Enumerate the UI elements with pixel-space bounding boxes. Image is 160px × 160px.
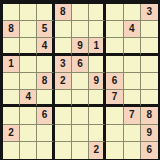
cell-r1c8[interactable] [124, 4, 141, 21]
cell-r1c7[interactable] [106, 4, 123, 21]
cell-r4c9[interactable] [141, 56, 158, 73]
cell-r6c1[interactable] [3, 90, 20, 107]
cell-r8c8[interactable] [124, 125, 141, 142]
sudoku-board: 838544911368296476782926 [0, 0, 160, 160]
cell-r3c9[interactable] [141, 38, 158, 55]
cell-r4c6[interactable] [89, 56, 106, 73]
cell-r7c6[interactable] [89, 107, 106, 124]
cell-r8c3[interactable] [37, 125, 54, 142]
cell-r4c2[interactable] [20, 56, 37, 73]
cell-r5c6[interactable]: 9 [89, 73, 106, 90]
cell-r2c7[interactable] [106, 21, 123, 38]
cell-r1c6[interactable] [89, 4, 106, 21]
cell-r7c1[interactable] [3, 107, 20, 124]
cell-r2c4[interactable] [55, 21, 72, 38]
cell-r9c2[interactable] [20, 142, 37, 159]
cell-r6c5[interactable] [72, 90, 89, 107]
cell-r8c7[interactable] [106, 125, 123, 142]
cell-r1c1[interactable] [3, 4, 20, 21]
cell-r7c8[interactable]: 7 [124, 107, 141, 124]
cell-r6c3[interactable] [37, 90, 54, 107]
cell-r5c2[interactable] [20, 73, 37, 90]
cell-r9c7[interactable] [106, 142, 123, 159]
cell-r6c9[interactable] [141, 90, 158, 107]
cell-r8c1[interactable]: 2 [3, 125, 20, 142]
cell-r4c5[interactable]: 6 [72, 56, 89, 73]
cell-r5c7[interactable]: 6 [106, 73, 123, 90]
cell-r3c7[interactable] [106, 38, 123, 55]
cell-r5c5[interactable] [72, 73, 89, 90]
cell-r1c4[interactable]: 8 [55, 4, 72, 21]
cell-r7c4[interactable] [55, 107, 72, 124]
cell-r2c6[interactable] [89, 21, 106, 38]
cell-r3c6[interactable]: 1 [89, 38, 106, 55]
cell-r9c3[interactable] [37, 142, 54, 159]
cell-r7c3[interactable]: 6 [37, 107, 54, 124]
cell-r9c8[interactable] [124, 142, 141, 159]
cell-r8c2[interactable] [20, 125, 37, 142]
cell-r3c3[interactable]: 4 [37, 38, 54, 55]
cell-r3c4[interactable] [55, 38, 72, 55]
cell-r9c4[interactable] [55, 142, 72, 159]
cell-r2c9[interactable] [141, 21, 158, 38]
cell-r8c4[interactable] [55, 125, 72, 142]
cell-r5c3[interactable]: 8 [37, 73, 54, 90]
cell-r4c3[interactable] [37, 56, 54, 73]
cell-r6c8[interactable] [124, 90, 141, 107]
cell-r5c4[interactable]: 2 [55, 73, 72, 90]
cell-r2c3[interactable]: 5 [37, 21, 54, 38]
cell-r5c8[interactable] [124, 73, 141, 90]
cell-r1c2[interactable] [20, 4, 37, 21]
cell-r6c6[interactable] [89, 90, 106, 107]
cell-r1c5[interactable] [72, 4, 89, 21]
cell-r8c9[interactable]: 9 [141, 125, 158, 142]
cell-r4c4[interactable]: 3 [55, 56, 72, 73]
cell-r6c2[interactable]: 4 [20, 90, 37, 107]
cell-r2c1[interactable]: 8 [3, 21, 20, 38]
cell-r5c1[interactable] [3, 73, 20, 90]
cell-r3c8[interactable] [124, 38, 141, 55]
cell-r8c5[interactable] [72, 125, 89, 142]
cell-r7c7[interactable] [106, 107, 123, 124]
cell-r4c8[interactable] [124, 56, 141, 73]
cell-r2c5[interactable] [72, 21, 89, 38]
cell-r7c2[interactable] [20, 107, 37, 124]
cell-r7c9[interactable]: 8 [141, 107, 158, 124]
cell-r9c1[interactable] [3, 142, 20, 159]
cell-r3c5[interactable]: 9 [72, 38, 89, 55]
cell-r2c2[interactable] [20, 21, 37, 38]
cell-r9c6[interactable]: 2 [89, 142, 106, 159]
cell-r5c9[interactable] [141, 73, 158, 90]
cell-r8c6[interactable] [89, 125, 106, 142]
cell-r4c7[interactable] [106, 56, 123, 73]
cell-r1c3[interactable] [37, 4, 54, 21]
cell-r3c1[interactable] [3, 38, 20, 55]
cell-r9c5[interactable] [72, 142, 89, 159]
cell-r4c1[interactable]: 1 [3, 56, 20, 73]
cell-r2c8[interactable]: 4 [124, 21, 141, 38]
cell-r6c4[interactable] [55, 90, 72, 107]
cell-r7c5[interactable] [72, 107, 89, 124]
cell-r6c7[interactable]: 7 [106, 90, 123, 107]
cell-r1c9[interactable]: 3 [141, 4, 158, 21]
cell-r3c2[interactable] [20, 38, 37, 55]
cell-r9c9[interactable]: 6 [141, 142, 158, 159]
